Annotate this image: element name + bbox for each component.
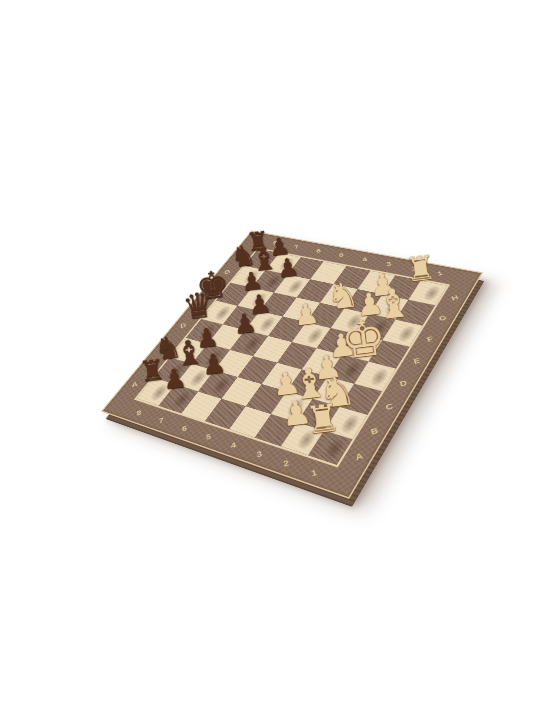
chessboard: ABCDEFGH ABCDEFGH 87654321 87654321 ♜♞♛♚… [101, 231, 483, 499]
piece-white-pawn: ♟ [292, 299, 321, 330]
piece-black-pawn: ♟ [275, 254, 300, 282]
board-frame: ABCDEFGH ABCDEFGH 87654321 87654321 ♜♞♛♚… [101, 231, 483, 499]
piece-white-rook: ♜ [303, 398, 341, 440]
piece-black-pawn: ♟ [231, 309, 258, 338]
square-a7: ♟ [159, 384, 198, 413]
piece-shadow [395, 324, 417, 343]
piece-white-king: ♚ [338, 312, 388, 367]
chess-set-product-photo: ABCDEFGH ABCDEFGH 87654321 87654321 ♜♞♛♚… [0, 0, 540, 720]
piece-shadow [368, 367, 391, 387]
piece-black-pawn: ♟ [200, 349, 228, 379]
piece-black-pawn: ♟ [161, 364, 188, 393]
